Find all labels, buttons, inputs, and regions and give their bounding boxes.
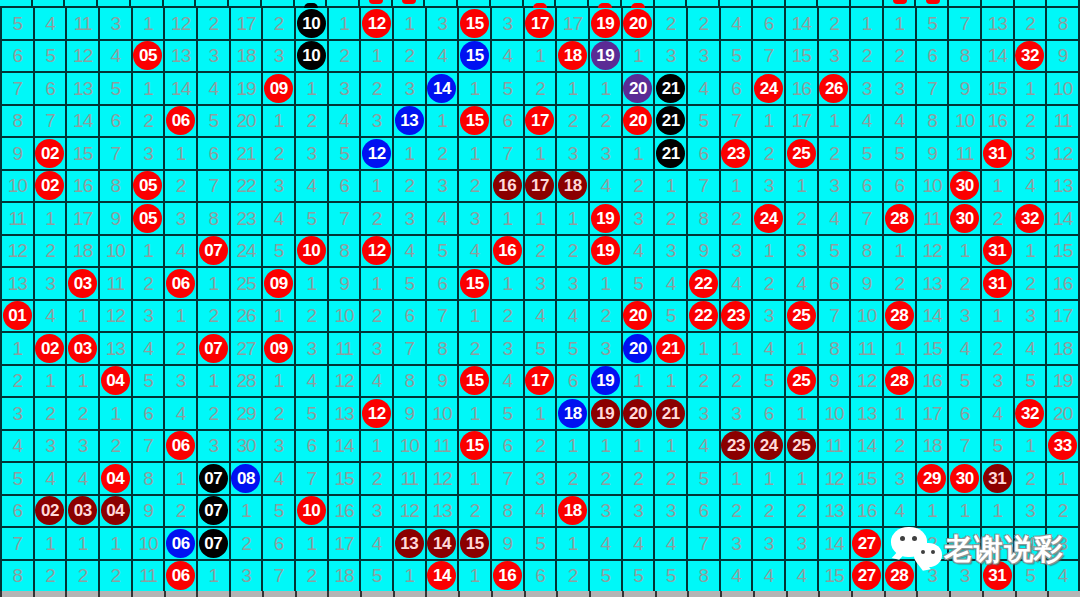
cell-r11-c19: 3 — [590, 333, 621, 364]
miss-count: 10 — [1053, 79, 1072, 98]
miss-count: 11 — [825, 436, 843, 455]
cell-r8-c20: 4 — [623, 236, 654, 267]
miss-count: 3 — [274, 46, 284, 65]
drawn-ball-33: 33 — [1048, 431, 1077, 460]
cell-r15-c17: 3 — [525, 463, 556, 494]
miss-count: 1 — [797, 176, 807, 195]
miss-count: 1 — [535, 46, 545, 65]
miss-count: 1 — [372, 436, 382, 455]
cell-r15-c25: 1 — [786, 463, 817, 494]
cell-r7-c25: 2 — [786, 203, 817, 234]
drawn-ball-31: 31 — [983, 236, 1012, 265]
watermark-text: 老谢说彩 — [944, 530, 1064, 570]
drawn-ball-09: 09 — [264, 269, 293, 298]
cell-r12-c11: 12 — [329, 366, 360, 397]
cell-r4-c1: 8 — [2, 106, 33, 137]
cell-r4-c4: 6 — [100, 106, 131, 137]
cell-r18-c13: 1 — [394, 561, 425, 592]
cell-r15-c20: 2 — [623, 463, 654, 494]
header-remnant-mark — [369, 0, 383, 4]
miss-count: 2 — [1025, 274, 1035, 293]
miss-count: 4 — [1025, 339, 1035, 358]
cell-r14-c33: 33 — [1047, 431, 1078, 462]
miss-count: 3 — [731, 404, 741, 423]
miss-count: 2 — [666, 469, 676, 488]
cell-r3-c23: 6 — [721, 73, 752, 104]
cell-r5-c27: 5 — [851, 138, 882, 169]
cell-r5-c16: 7 — [492, 138, 523, 169]
miss-count: 6 — [927, 46, 937, 65]
cell-r5-c7: 6 — [198, 138, 229, 169]
drawn-ball-09: 09 — [264, 334, 293, 363]
drawn-ball-24: 24 — [754, 204, 783, 233]
miss-count: 3 — [1025, 144, 1035, 163]
cell-r10-c33: 17 — [1047, 301, 1078, 332]
wechat-icon — [886, 522, 944, 570]
miss-count: 3 — [601, 501, 611, 520]
miss-count: 1 — [176, 144, 186, 163]
miss-count: 3 — [633, 501, 643, 520]
miss-count: 5 — [699, 111, 709, 130]
cell-r1-c4: 3 — [100, 8, 131, 39]
cell-r1-c28: 1 — [884, 8, 915, 39]
miss-count: 5 — [437, 241, 447, 260]
miss-count: 7 — [437, 306, 447, 325]
miss-count: 13 — [988, 14, 1007, 33]
cell-r1-c22: 2 — [688, 8, 719, 39]
cell-r5-c15: 1 — [459, 138, 490, 169]
miss-count: 1 — [470, 404, 480, 423]
drawn-ball-25: 25 — [787, 431, 816, 460]
cell-r17-c12: 4 — [361, 528, 392, 559]
cell-r11-c27: 11 — [851, 333, 882, 364]
cell-r10-c23: 23 — [721, 301, 752, 332]
drawn-ball-21: 21 — [656, 106, 685, 135]
cell-r13-c12: 12 — [361, 398, 392, 429]
miss-count: 8 — [437, 339, 447, 358]
drawn-ball-14: 14 — [427, 74, 456, 103]
cell-r17-c13: 13 — [394, 528, 425, 559]
miss-count: 8 — [143, 469, 153, 488]
cell-r2-c20: 1 — [623, 41, 654, 72]
cell-r1-c15: 15 — [459, 8, 490, 39]
miss-count: 3 — [960, 306, 970, 325]
cell-r17-c10: 1 — [296, 528, 327, 559]
cell-r16-c26: 13 — [819, 496, 850, 527]
cell-r17-c9: 6 — [263, 528, 294, 559]
cell-r10-c10: 2 — [296, 301, 327, 332]
miss-count: 7 — [699, 534, 709, 553]
cell-r2-c24: 7 — [753, 41, 784, 72]
drawn-ball-06: 06 — [166, 431, 195, 460]
cell-r5-c25: 25 — [786, 138, 817, 169]
miss-count: 12 — [73, 46, 92, 65]
miss-count: 3 — [372, 111, 382, 130]
drawn-ball-10: 10 — [297, 41, 326, 70]
cell-r1-c9: 2 — [263, 8, 294, 39]
miss-count: 1 — [927, 501, 937, 520]
drawn-ball-03: 03 — [68, 334, 97, 363]
drawn-ball-08: 08 — [231, 464, 260, 493]
drawn-ball-15: 15 — [460, 269, 489, 298]
cell-r2-c19: 19 — [590, 41, 621, 72]
cell-r16-c23: 2 — [721, 496, 752, 527]
miss-count: 3 — [993, 371, 1003, 390]
drawn-ball-07: 07 — [199, 496, 228, 525]
drawn-ball-22: 22 — [689, 301, 718, 330]
miss-count: 4 — [895, 111, 905, 130]
miss-count: 5 — [45, 46, 55, 65]
cell-r8-c26: 5 — [819, 236, 850, 267]
cell-r11-c2: 02 — [35, 333, 66, 364]
miss-count: 13 — [171, 46, 190, 65]
cell-r6-c23: 1 — [721, 171, 752, 202]
cell-r18-c3: 2 — [67, 561, 98, 592]
miss-count: 5 — [209, 111, 219, 130]
miss-count: 2 — [1025, 111, 1035, 130]
cell-r12-c6: 3 — [165, 366, 196, 397]
cell-r6-c11: 6 — [329, 171, 360, 202]
miss-count: 19 — [1053, 371, 1072, 390]
miss-count: 2 — [176, 176, 186, 195]
miss-count: 5 — [503, 79, 513, 98]
miss-count: 1 — [274, 111, 284, 130]
cell-r3-c6: 14 — [165, 73, 196, 104]
miss-count: 3 — [666, 241, 676, 260]
cell-r17-c11: 17 — [329, 528, 360, 559]
cell-r18-c18: 2 — [557, 561, 588, 592]
cell-r12-c4: 04 — [100, 366, 131, 397]
cell-r9-c6: 06 — [165, 268, 196, 299]
cell-r9-c25: 4 — [786, 268, 817, 299]
miss-count: 5 — [143, 371, 153, 390]
cell-r16-c18: 18 — [557, 496, 588, 527]
cell-r16-c6: 2 — [165, 496, 196, 527]
cell-r6-c28: 6 — [884, 171, 915, 202]
miss-count: 8 — [13, 566, 23, 585]
miss-count: 2 — [470, 176, 480, 195]
cell-r5-c8: 21 — [231, 138, 262, 169]
miss-count: 19 — [236, 79, 255, 98]
cell-r18-c27: 27 — [851, 561, 882, 592]
miss-count: 3 — [307, 339, 317, 358]
drawn-ball-20: 20 — [623, 106, 652, 135]
miss-count: 2 — [699, 371, 709, 390]
cell-r8-c19: 19 — [590, 236, 621, 267]
cell-r16-c8: 1 — [231, 496, 262, 527]
miss-count: 23 — [236, 209, 255, 228]
miss-count: 1 — [960, 501, 970, 520]
cell-r9-c12: 1 — [361, 268, 392, 299]
cell-r15-c29: 29 — [917, 463, 948, 494]
miss-count: 2 — [503, 306, 513, 325]
drawn-ball-17: 17 — [525, 171, 554, 200]
miss-count: 1 — [405, 14, 415, 33]
miss-count: 2 — [470, 339, 480, 358]
drawn-ball-28: 28 — [885, 204, 914, 233]
drawn-ball-05: 05 — [133, 41, 162, 70]
cell-r12-c8: 28 — [231, 366, 262, 397]
miss-count: 1 — [666, 436, 676, 455]
cell-r15-c12: 2 — [361, 463, 392, 494]
cell-r10-c22: 22 — [688, 301, 719, 332]
cell-r18-c12: 5 — [361, 561, 392, 592]
cell-r12-c20: 1 — [623, 366, 654, 397]
miss-count: 18 — [236, 46, 255, 65]
miss-count: 2 — [568, 566, 578, 585]
cell-r15-c10: 7 — [296, 463, 327, 494]
cell-r13-c13: 9 — [394, 398, 425, 429]
cell-r10-c29: 14 — [917, 301, 948, 332]
miss-count: 11 — [923, 209, 941, 228]
cell-r6-c14: 3 — [427, 171, 458, 202]
cell-r4-c27: 4 — [851, 106, 882, 137]
cell-r4-c22: 5 — [688, 106, 719, 137]
cell-r13-c16: 5 — [492, 398, 523, 429]
miss-count: 10 — [8, 176, 27, 195]
miss-count: 2 — [45, 241, 55, 260]
miss-count: 22 — [236, 176, 255, 195]
drawn-ball-25: 25 — [787, 366, 816, 395]
cell-r10-c11: 10 — [329, 301, 360, 332]
miss-count: 4 — [666, 274, 676, 293]
miss-count: 9 — [13, 144, 23, 163]
drawn-ball-06: 06 — [166, 269, 195, 298]
miss-count: 11 — [1054, 111, 1072, 130]
cell-r6-c26: 3 — [819, 171, 850, 202]
drawn-ball-32: 32 — [1015, 41, 1044, 70]
miss-count: 5 — [895, 144, 905, 163]
drawn-ball-12: 12 — [362, 139, 391, 168]
cell-r14-c6: 06 — [165, 431, 196, 462]
miss-count: 5 — [503, 404, 513, 423]
cell-r4-c20: 20 — [623, 106, 654, 137]
miss-count: 17 — [1053, 306, 1072, 325]
miss-count: 3 — [797, 534, 807, 553]
drawn-ball-31: 31 — [983, 464, 1012, 493]
miss-count: 7 — [960, 14, 970, 33]
miss-count: 1 — [45, 534, 55, 553]
miss-count: 7 — [274, 566, 284, 585]
cell-r13-c2: 2 — [35, 398, 66, 429]
cell-r7-c19: 19 — [590, 203, 621, 234]
miss-count: 4 — [862, 111, 872, 130]
cell-r1-c10: 10 — [296, 8, 327, 39]
cell-r5-c13: 1 — [394, 138, 425, 169]
cell-r2-c9: 3 — [263, 41, 294, 72]
cell-r18-c14: 14 — [427, 561, 458, 592]
miss-count: 9 — [1058, 46, 1068, 65]
miss-count: 2 — [405, 176, 415, 195]
miss-count: 5 — [274, 501, 284, 520]
cell-r11-c4: 13 — [100, 333, 131, 364]
miss-count: 1 — [405, 566, 415, 585]
cell-r8-c29: 12 — [917, 236, 948, 267]
miss-count: 5 — [13, 469, 23, 488]
drawn-ball-12: 12 — [362, 9, 391, 38]
miss-count: 5 — [274, 241, 284, 260]
miss-count: 1 — [797, 339, 807, 358]
miss-count: 8 — [829, 339, 839, 358]
miss-count: 6 — [699, 501, 709, 520]
cell-r11-c3: 03 — [67, 333, 98, 364]
miss-count: 13 — [106, 339, 125, 358]
cell-r12-c10: 4 — [296, 366, 327, 397]
miss-count: 8 — [862, 241, 872, 260]
cell-r5-c29: 9 — [917, 138, 948, 169]
miss-count: 13 — [1053, 176, 1072, 195]
cell-r5-c11: 5 — [329, 138, 360, 169]
miss-count: 3 — [699, 46, 709, 65]
cell-r8-c21: 3 — [655, 236, 686, 267]
miss-count: 1 — [78, 534, 88, 553]
cell-r2-c12: 1 — [361, 41, 392, 72]
miss-count: 1 — [111, 534, 121, 553]
miss-count: 3 — [111, 14, 121, 33]
cell-r5-c21: 21 — [655, 138, 686, 169]
miss-count: 2 — [437, 144, 447, 163]
cell-r11-c15: 2 — [459, 333, 490, 364]
cell-r9-c10: 1 — [296, 268, 327, 299]
miss-count: 26 — [236, 306, 255, 325]
cell-r6-c5: 05 — [133, 171, 164, 202]
cell-r9-c4: 11 — [100, 268, 131, 299]
miss-count: 6 — [13, 501, 23, 520]
miss-count: 10 — [138, 534, 157, 553]
drawn-ball-24: 24 — [754, 74, 783, 103]
miss-count: 2 — [601, 306, 611, 325]
miss-count: 1 — [470, 144, 480, 163]
miss-count: 15 — [792, 46, 811, 65]
cell-r16-c20: 3 — [623, 496, 654, 527]
cell-r4-c31: 16 — [982, 106, 1013, 137]
drawn-ball-03: 03 — [68, 496, 97, 525]
drawn-ball-01: 01 — [3, 301, 32, 330]
cell-r10-c17: 4 — [525, 301, 556, 332]
drawn-ball-23: 23 — [721, 301, 750, 330]
cell-r2-c17: 1 — [525, 41, 556, 72]
cell-r2-c13: 2 — [394, 41, 425, 72]
cell-r17-c7: 07 — [198, 528, 229, 559]
miss-count: 8 — [960, 46, 970, 65]
cell-r1-c14: 3 — [427, 8, 458, 39]
miss-count: 7 — [307, 469, 317, 488]
miss-count: 2 — [895, 436, 905, 455]
drawn-ball-13: 13 — [395, 529, 424, 558]
miss-count: 4 — [633, 241, 643, 260]
miss-count: 15 — [334, 469, 353, 488]
cell-r15-c14: 12 — [427, 463, 458, 494]
miss-count: 3 — [143, 306, 153, 325]
miss-count: 1 — [993, 306, 1003, 325]
cell-r2-c32: 32 — [1015, 41, 1046, 72]
miss-count: 9 — [927, 144, 937, 163]
cell-r15-c5: 8 — [133, 463, 164, 494]
cell-r4-c19: 2 — [590, 106, 621, 137]
cell-r13-c8: 29 — [231, 398, 262, 429]
miss-count: 3 — [437, 176, 447, 195]
drawn-ball-20: 20 — [623, 334, 652, 363]
miss-count: 9 — [339, 274, 349, 293]
drawn-ball-05: 05 — [133, 171, 162, 200]
miss-count: 1 — [731, 176, 741, 195]
cell-r4-c29: 8 — [917, 106, 948, 137]
miss-count: 13 — [432, 501, 451, 520]
cell-r5-c26: 2 — [819, 138, 850, 169]
miss-count: 1 — [568, 534, 578, 553]
drawn-ball-15: 15 — [460, 431, 489, 460]
miss-count: 1 — [45, 371, 55, 390]
drawn-ball-21: 21 — [656, 334, 685, 363]
miss-count: 9 — [699, 241, 709, 260]
cell-r9-c22: 22 — [688, 268, 719, 299]
cell-r13-c15: 1 — [459, 398, 490, 429]
cell-r11-c5: 4 — [133, 333, 164, 364]
cell-r15-c19: 2 — [590, 463, 621, 494]
miss-count: 3 — [372, 501, 382, 520]
cell-r18-c16: 16 — [492, 561, 523, 592]
miss-count: 18 — [73, 241, 92, 260]
cell-r17-c27: 27 — [851, 528, 882, 559]
miss-count: 4 — [274, 469, 284, 488]
miss-count: 1 — [993, 176, 1003, 195]
drawn-ball-15: 15 — [460, 366, 489, 395]
cell-r16-c3: 03 — [67, 496, 98, 527]
cell-r1-c27: 1 — [851, 8, 882, 39]
cell-r7-c10: 5 — [296, 203, 327, 234]
cell-r3-c16: 5 — [492, 73, 523, 104]
cell-r15-c22: 5 — [688, 463, 719, 494]
miss-count: 12 — [857, 371, 876, 390]
drawn-ball-30: 30 — [950, 464, 979, 493]
miss-count: 5 — [13, 14, 23, 33]
miss-count: 21 — [236, 144, 255, 163]
cell-r7-c31: 2 — [982, 203, 1013, 234]
cell-r5-c10: 3 — [296, 138, 327, 169]
cell-r10-c7: 2 — [198, 301, 229, 332]
cell-r4-c9: 1 — [263, 106, 294, 137]
cell-r4-c30: 10 — [949, 106, 980, 137]
miss-count: 3 — [633, 209, 643, 228]
cell-r15-c13: 11 — [394, 463, 425, 494]
cell-r6-c30: 30 — [949, 171, 980, 202]
cell-r4-c5: 2 — [133, 106, 164, 137]
cell-r1-c5: 1 — [133, 8, 164, 39]
miss-count: 2 — [78, 404, 88, 423]
miss-count: 2 — [535, 436, 545, 455]
drawn-ball-27: 27 — [852, 529, 881, 558]
miss-count: 3 — [862, 79, 872, 98]
cell-r16-c25: 2 — [786, 496, 817, 527]
cell-r11-c12: 3 — [361, 333, 392, 364]
miss-count: 4 — [503, 46, 513, 65]
cell-r4-c8: 20 — [231, 106, 262, 137]
miss-count: 3 — [1025, 501, 1035, 520]
miss-count: 2 — [862, 46, 872, 65]
drawn-ball-19: 19 — [591, 366, 620, 395]
miss-count: 6 — [307, 436, 317, 455]
miss-count: 7 — [764, 46, 774, 65]
miss-count: 2 — [895, 274, 905, 293]
miss-count: 3 — [405, 79, 415, 98]
miss-count: 2 — [829, 14, 839, 33]
cell-r15-c7: 07 — [198, 463, 229, 494]
miss-count: 16 — [334, 501, 353, 520]
miss-count: 2 — [731, 209, 741, 228]
cell-r14-c20: 1 — [623, 431, 654, 462]
miss-count: 12 — [334, 371, 353, 390]
cell-r7-c11: 7 — [329, 203, 360, 234]
